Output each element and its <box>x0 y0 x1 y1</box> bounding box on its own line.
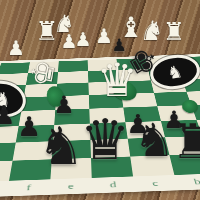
black-knight-c8: ♞ <box>133 117 174 163</box>
white-rook-b1: ♜ <box>163 19 185 44</box>
black-pawn-g6: ♟ <box>0 102 16 128</box>
white-queen-d4: ♛ <box>96 57 137 103</box>
black-queen-d8: ♛ <box>80 112 130 168</box>
black-pawn-d3: ♟ <box>111 37 126 54</box>
white-king-fallen-f4: ♚ <box>26 57 60 89</box>
white-pawn-d2: ♟ <box>95 26 113 46</box>
black-pawn-e6: ♟ <box>53 93 75 117</box>
black-rook-b8: ♜ <box>171 117 200 165</box>
white-pawn-f2: ♟ <box>60 32 77 51</box>
white-pawn-g2: ♟ <box>7 38 25 58</box>
knight-head-emblem: ♞ <box>166 63 183 82</box>
photo-scene: hgfedcba ♞♞ ♟♜♞♟♟♟♝♞♜♛♚♟♚♟♟♟♟♟♞♛♞♜ <box>0 0 200 200</box>
pieces-layer: ♟♜♞♟♟♟♝♞♜♛♚♟♚♟♟♟♟♟♞♛♞♜ <box>0 0 200 200</box>
black-knight-e8: ♞ <box>38 120 85 172</box>
white-rook-f1: ♜ <box>35 18 58 44</box>
